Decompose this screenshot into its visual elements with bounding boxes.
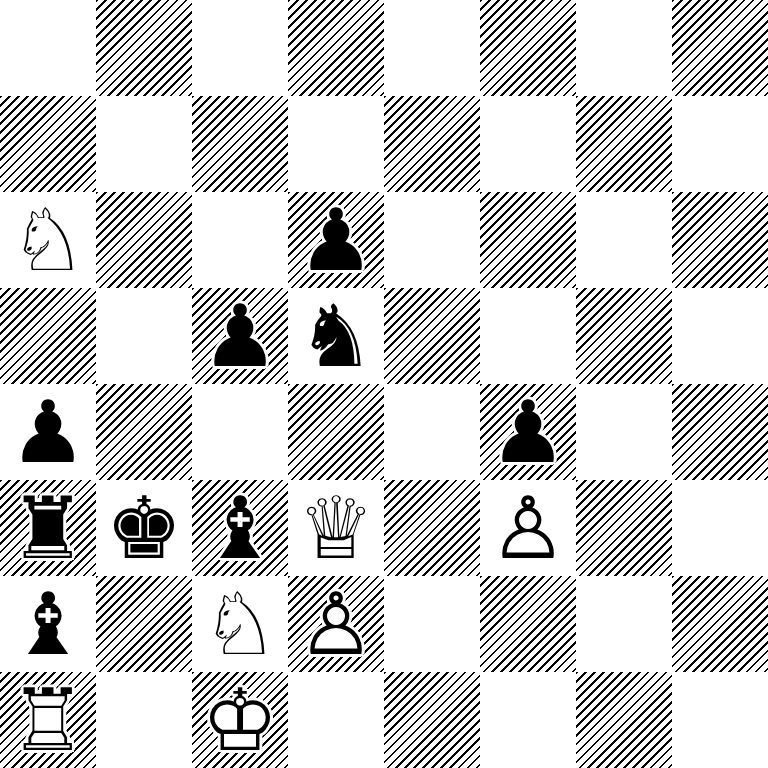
square-b8[interactable]	[96, 0, 192, 96]
piece-glyph: ♚	[96, 480, 192, 576]
square-c7[interactable]	[192, 96, 288, 192]
piece-black-rook[interactable]: ♜♜	[0, 480, 96, 576]
square-c6[interactable]	[192, 192, 288, 288]
square-b4[interactable]	[96, 384, 192, 480]
square-f4[interactable]: ♟♟	[480, 384, 576, 480]
square-e1[interactable]	[384, 672, 480, 768]
square-h3[interactable]	[672, 480, 768, 576]
square-g1[interactable]	[576, 672, 672, 768]
square-g5[interactable]	[576, 288, 672, 384]
chess-diagram: ♞♘♟♟♟♟♞♞♟♟♟♟♜♜♚♚♝♝♛♕♟♙♝♝♞♘♟♙♜♖♚♔	[0, 0, 768, 768]
piece-white-knight[interactable]: ♞♘	[192, 576, 288, 672]
square-c8[interactable]	[192, 0, 288, 96]
square-a6[interactable]: ♞♘	[0, 192, 96, 288]
piece-glyph: ♝	[192, 480, 288, 576]
chess-board: ♞♘♟♟♟♟♞♞♟♟♟♟♜♜♚♚♝♝♛♕♟♙♝♝♞♘♟♙♜♖♚♔	[0, 0, 768, 768]
square-b5[interactable]	[96, 288, 192, 384]
square-c3[interactable]: ♝♝	[192, 480, 288, 576]
piece-glyph: ♟	[0, 384, 96, 480]
square-a4[interactable]: ♟♟	[0, 384, 96, 480]
piece-glyph: ♝	[0, 576, 96, 672]
piece-black-bishop[interactable]: ♝♝	[192, 480, 288, 576]
piece-black-pawn[interactable]: ♟♟	[192, 288, 288, 384]
piece-black-knight[interactable]: ♞♞	[288, 288, 384, 384]
piece-white-pawn[interactable]: ♟♙	[288, 576, 384, 672]
square-f8[interactable]	[480, 0, 576, 96]
square-e2[interactable]	[384, 576, 480, 672]
square-f5[interactable]	[480, 288, 576, 384]
square-f3[interactable]: ♟♙	[480, 480, 576, 576]
square-c1[interactable]: ♚♔	[192, 672, 288, 768]
square-c4[interactable]	[192, 384, 288, 480]
square-h2[interactable]	[672, 576, 768, 672]
square-b3[interactable]: ♚♚	[96, 480, 192, 576]
piece-glyph: ♖	[0, 672, 96, 768]
piece-black-pawn[interactable]: ♟♟	[288, 192, 384, 288]
square-e8[interactable]	[384, 0, 480, 96]
square-e6[interactable]	[384, 192, 480, 288]
square-f6[interactable]	[480, 192, 576, 288]
square-c2[interactable]: ♞♘	[192, 576, 288, 672]
piece-glyph: ♙	[288, 576, 384, 672]
square-g3[interactable]	[576, 480, 672, 576]
square-h4[interactable]	[672, 384, 768, 480]
square-d6[interactable]: ♟♟	[288, 192, 384, 288]
square-a5[interactable]	[0, 288, 96, 384]
square-b6[interactable]	[96, 192, 192, 288]
piece-white-rook[interactable]: ♜♖	[0, 672, 96, 768]
square-g8[interactable]	[576, 0, 672, 96]
piece-black-pawn[interactable]: ♟♟	[480, 384, 576, 480]
square-h6[interactable]	[672, 192, 768, 288]
piece-glyph: ♙	[480, 480, 576, 576]
piece-glyph: ♟	[192, 288, 288, 384]
piece-white-queen[interactable]: ♛♕	[288, 480, 384, 576]
square-d1[interactable]	[288, 672, 384, 768]
square-a2[interactable]: ♝♝	[0, 576, 96, 672]
square-c5[interactable]: ♟♟	[192, 288, 288, 384]
piece-white-king[interactable]: ♚♔	[192, 672, 288, 768]
square-h5[interactable]	[672, 288, 768, 384]
piece-white-knight[interactable]: ♞♘	[0, 192, 96, 288]
square-h1[interactable]	[672, 672, 768, 768]
square-f7[interactable]	[480, 96, 576, 192]
piece-black-king[interactable]: ♚♚	[96, 480, 192, 576]
square-a7[interactable]	[0, 96, 96, 192]
square-g7[interactable]	[576, 96, 672, 192]
square-b7[interactable]	[96, 96, 192, 192]
square-d2[interactable]: ♟♙	[288, 576, 384, 672]
square-g6[interactable]	[576, 192, 672, 288]
square-a8[interactable]	[0, 0, 96, 96]
square-b2[interactable]	[96, 576, 192, 672]
square-f2[interactable]	[480, 576, 576, 672]
square-e4[interactable]	[384, 384, 480, 480]
square-f1[interactable]	[480, 672, 576, 768]
square-d4[interactable]	[288, 384, 384, 480]
square-g4[interactable]	[576, 384, 672, 480]
square-a3[interactable]: ♜♜	[0, 480, 96, 576]
piece-black-bishop[interactable]: ♝♝	[0, 576, 96, 672]
square-e3[interactable]	[384, 480, 480, 576]
square-d5[interactable]: ♞♞	[288, 288, 384, 384]
piece-glyph: ♟	[480, 384, 576, 480]
piece-black-pawn[interactable]: ♟♟	[0, 384, 96, 480]
piece-glyph: ♕	[288, 480, 384, 576]
square-h8[interactable]	[672, 0, 768, 96]
square-d7[interactable]	[288, 96, 384, 192]
square-d3[interactable]: ♛♕	[288, 480, 384, 576]
piece-glyph: ♘	[0, 192, 96, 288]
square-e7[interactable]	[384, 96, 480, 192]
piece-white-pawn[interactable]: ♟♙	[480, 480, 576, 576]
piece-glyph: ♔	[192, 672, 288, 768]
square-b1[interactable]	[96, 672, 192, 768]
square-h7[interactable]	[672, 96, 768, 192]
square-a1[interactable]: ♜♖	[0, 672, 96, 768]
piece-glyph: ♘	[192, 576, 288, 672]
piece-glyph: ♟	[288, 192, 384, 288]
piece-glyph: ♜	[0, 480, 96, 576]
square-g2[interactable]	[576, 576, 672, 672]
piece-glyph: ♞	[288, 288, 384, 384]
square-e5[interactable]	[384, 288, 480, 384]
square-d8[interactable]	[288, 0, 384, 96]
